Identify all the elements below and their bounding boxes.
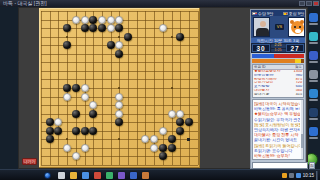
exit-button[interactable]: 나가기	[22, 158, 37, 165]
white-stone	[98, 16, 106, 24]
black-stone	[46, 135, 54, 143]
taskbar-app-icon[interactable]	[118, 172, 125, 179]
tiger-eye-icon	[294, 26, 296, 28]
black-clock: 30	[252, 44, 270, 52]
player-white-name: 호심 9단	[289, 11, 304, 16]
star-point	[66, 36, 68, 38]
star-point	[118, 36, 120, 38]
desktop-icon-label	[309, 23, 318, 25]
tray-icon[interactable]	[282, 173, 287, 178]
black-stone	[72, 84, 80, 92]
black-stone	[89, 110, 97, 118]
star-point	[171, 87, 173, 89]
desktop-icon-column	[307, 7, 320, 169]
system-tray: 10:15	[282, 170, 318, 180]
grid-line-v	[137, 11, 138, 165]
tray-icon[interactable]	[296, 173, 301, 178]
star-point	[171, 36, 173, 38]
tiger-eye-icon	[299, 26, 301, 28]
black-stone	[168, 135, 176, 143]
score-bar-orange	[252, 59, 304, 63]
white-stone	[150, 135, 158, 143]
desktop-icon[interactable]	[309, 13, 318, 22]
grid-line-v	[163, 11, 164, 165]
black-stone	[63, 24, 71, 32]
taskbar: 10:15	[0, 169, 320, 180]
taskbar-clock: 10:15	[303, 170, 314, 180]
kr-flag-icon	[252, 12, 257, 15]
taskbar-app-icon[interactable]	[106, 172, 113, 179]
taskbar-app-icon[interactable]	[58, 172, 65, 179]
white-stone	[81, 93, 89, 101]
tiger-ear-icon	[300, 20, 304, 24]
white-stone	[54, 118, 62, 126]
grid-line-h	[41, 156, 198, 157]
black-stone	[81, 127, 89, 135]
black-stone	[159, 144, 167, 152]
avatars-row: VS	[251, 16, 305, 38]
taskbar-app-icon[interactable]	[82, 172, 89, 179]
desktop-icon-label	[309, 99, 318, 101]
white-stone	[72, 152, 80, 160]
black-stone	[46, 118, 54, 126]
cheer-rank-list[interactable]: 응원 ID 점수 ★불타는승부사1350바둑신동99980반상의지배자875수읽…	[252, 64, 304, 98]
tiger-muzzle-icon	[295, 29, 301, 33]
taskbar-app-icon[interactable]	[130, 172, 137, 179]
white-stone	[81, 16, 89, 24]
white-stone	[72, 16, 80, 24]
black-stone	[176, 127, 184, 135]
grid-line-v	[189, 11, 190, 165]
white-stone	[115, 16, 123, 24]
white-stone	[107, 16, 115, 24]
desktop-icon[interactable]	[309, 89, 318, 98]
score-bar-segment	[301, 59, 304, 63]
maximize-button[interactable]	[306, 1, 312, 6]
chat-lines: [알림] 대국이 시작되었습니다.바둑신동99: 흑 유리해 보이네요★불타는승…	[254, 101, 300, 158]
grid-line-h	[41, 165, 198, 166]
taskbar-app-icon[interactable]	[70, 172, 77, 179]
rank-header-score: 점수	[295, 65, 302, 69]
rank-header-id: 응원 ID	[254, 65, 265, 69]
chat-line: 바둑신동99: 승부처!	[254, 153, 300, 158]
white-stone	[63, 144, 71, 152]
black-stone	[63, 84, 71, 92]
grid-line-h	[41, 131, 198, 132]
rank-rows: ★불타는승부사1350바둑신동99980반상의지배자875수읽기달인720호시탐…	[253, 70, 303, 98]
start-button[interactable]	[44, 172, 51, 179]
white-stone	[141, 135, 149, 143]
desktop-icon-label	[309, 118, 318, 120]
desktop-icon-label	[309, 137, 318, 139]
taskbar-app-icon[interactable]	[94, 172, 101, 179]
white-stone	[115, 41, 123, 49]
white-stone	[115, 93, 123, 101]
byoyomi-chips: 2:25 1:25	[271, 44, 286, 52]
desktop-icon[interactable]	[309, 51, 318, 60]
close-button[interactable]	[313, 1, 319, 6]
cn-flag-icon	[283, 12, 288, 15]
desktop-icon[interactable]	[309, 32, 318, 41]
score-bar-blue-red	[252, 54, 304, 58]
chat-scrollbar[interactable]	[301, 100, 304, 159]
avatar-photo-head	[260, 21, 266, 27]
game-side-panel: 수담 9단 호심 9단 VS	[250, 9, 306, 169]
baduk-client-window: 나가기 수담 9단 호심 9단 VS	[18, 7, 308, 169]
score-bar-segment	[252, 59, 295, 63]
white-stone	[150, 144, 158, 152]
white-stone	[159, 24, 167, 32]
black-stone	[115, 50, 123, 58]
white-stone	[81, 144, 89, 152]
star-point	[66, 138, 68, 140]
white-stone	[63, 93, 71, 101]
white-stone	[81, 84, 89, 92]
avatar-photo-body	[256, 28, 269, 37]
black-stone	[168, 144, 176, 152]
player-black-name: 수담 9단	[258, 11, 273, 16]
window-buttons	[299, 1, 319, 6]
send-button[interactable]: 전송	[309, 162, 315, 169]
black-stone	[54, 127, 62, 135]
grid-line-v	[198, 11, 199, 165]
rank-row[interactable]: 초읽기맨300	[253, 97, 303, 98]
byoyomi-top: 2:25	[271, 44, 286, 48]
go-board[interactable]	[39, 8, 200, 168]
show-desktop-button[interactable]	[316, 171, 318, 180]
black-stone	[89, 24, 97, 32]
black-stone	[124, 33, 132, 41]
white-stone	[107, 24, 115, 32]
window-titlebar[interactable]: 바둑 - 대국실 [관전]	[0, 0, 320, 7]
chat-log[interactable]: [알림] 대국이 시작되었습니다.바둑신동99: 흑 유리해 보이네요★불타는승…	[252, 99, 304, 160]
chat-input-row: 전송	[252, 162, 304, 169]
white-stone	[168, 110, 176, 118]
byoyomi-bottom: 1:25	[271, 49, 286, 53]
white-stone	[115, 101, 123, 109]
black-stone	[89, 127, 97, 135]
rank-row-name: 초읽기맨	[254, 97, 269, 98]
taskbar-app-icon[interactable]	[142, 172, 149, 179]
chat-input[interactable]	[252, 162, 308, 169]
black-stone	[63, 41, 71, 49]
white-stone	[176, 110, 184, 118]
white-clock: 27	[286, 44, 304, 52]
tray-icons	[282, 173, 301, 178]
chat-scrollbar-thumb[interactable]	[301, 134, 304, 148]
desktop-icon[interactable]	[309, 108, 318, 117]
desktop-icon[interactable]	[309, 70, 318, 79]
minimize-button[interactable]	[299, 1, 305, 6]
rank-row-score: 300	[296, 97, 302, 98]
last-move-marker	[187, 138, 190, 141]
desktop-icon-label	[309, 61, 318, 63]
tiger-ear-icon	[290, 20, 294, 24]
black-stone	[72, 110, 80, 118]
white-stone	[89, 101, 97, 109]
black-stone	[46, 127, 54, 135]
screen: 바둑 - 대국실 [관전] 나가기 수담 9단 호심 9단	[0, 0, 320, 180]
player-black-avatar[interactable]	[253, 17, 270, 37]
window-title: 바둑 - 대국실 [관전]	[3, 0, 47, 6]
black-stone	[107, 41, 115, 49]
black-stone	[115, 118, 123, 126]
black-stone	[81, 24, 89, 32]
timers-row: 30 2:25 1:25 27	[251, 43, 305, 53]
score-bar-segment	[252, 54, 274, 58]
black-stone	[185, 118, 193, 126]
vs-badge: VS	[275, 24, 284, 30]
chat-line: 끝내기왕: 시간이 없네요	[254, 137, 300, 142]
black-stone	[176, 33, 184, 41]
desktop-icon-label	[309, 42, 318, 44]
black-stone	[115, 24, 123, 32]
black-stone	[89, 16, 97, 24]
black-stone	[176, 118, 184, 126]
desktop-icon[interactable]	[309, 127, 318, 136]
star-point	[118, 87, 120, 89]
desktop-icon-label	[309, 80, 318, 82]
chat-line: ★불타는승부사: 백 두텁습니다	[254, 111, 300, 116]
white-stone	[159, 127, 167, 135]
black-stone	[159, 152, 167, 160]
tray-icon[interactable]	[289, 173, 294, 178]
black-stone	[72, 127, 80, 135]
white-stone	[115, 110, 123, 118]
player-white-avatar[interactable]	[288, 17, 305, 37]
score-bar-segment	[274, 54, 304, 58]
black-stone	[98, 24, 106, 32]
